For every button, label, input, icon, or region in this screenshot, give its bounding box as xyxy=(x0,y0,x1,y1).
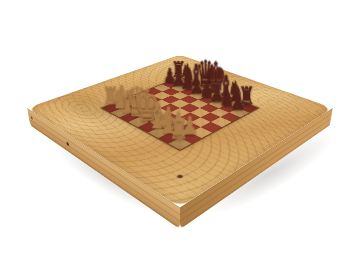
piece-glyph: ♟ xyxy=(217,91,259,113)
piece-glyph: ♜ xyxy=(153,117,203,145)
chess-board: ♜♞♝♛♚♝♞♜♟♟♟♟♟♟♟♟♟♟♟♟♟♟♟♟♜♞♝♛♚♝♞♜ xyxy=(27,55,332,208)
product-photo-scene: ♜♞♝♛♚♝♞♜♟♟♟♟♟♟♟♟♟♟♟♟♟♟♟♟♜♞♝♛♚♝♞♜ xyxy=(0,0,350,263)
pieces-layer: ♜♞♝♛♚♝♞♜♟♟♟♟♟♟♟♟♟♟♟♟♟♟♟♟♜♞♝♛♚♝♞♜ xyxy=(27,55,332,208)
